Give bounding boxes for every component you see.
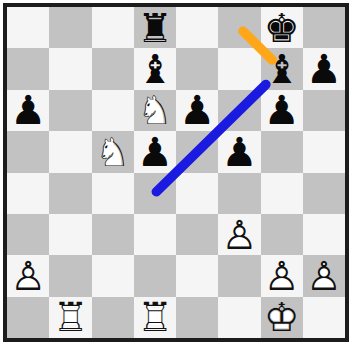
piece-black-pawn[interactable]: ♟	[303, 48, 345, 89]
square-b1[interactable]: ♜♖	[49, 297, 91, 338]
square-f7[interactable]	[218, 48, 260, 89]
piece-black-pawn[interactable]: ♟	[7, 90, 49, 131]
piece-white-knight-fill: ♞	[134, 90, 176, 131]
square-d7[interactable]: ♝	[134, 48, 176, 89]
square-b6[interactable]	[49, 90, 91, 131]
square-h1[interactable]	[303, 297, 345, 338]
square-a5[interactable]	[7, 131, 49, 172]
square-g3[interactable]	[261, 214, 303, 255]
square-f2[interactable]	[218, 255, 260, 296]
square-a2[interactable]: ♟♙	[7, 255, 49, 296]
square-e6[interactable]: ♟	[176, 90, 218, 131]
square-a4[interactable]	[7, 173, 49, 214]
chess-board-frame: ♜♚♝♝♟♟♞♘♟♟♞♘♟♟♟♙♟♙♟♙♟♙♜♖♜♖♚♔	[3, 3, 349, 342]
square-f8[interactable]	[218, 7, 260, 48]
piece-white-knight-fill: ♞	[92, 131, 134, 172]
square-g1[interactable]: ♚♔	[261, 297, 303, 338]
square-c2[interactable]	[92, 255, 134, 296]
square-g2[interactable]: ♟♙	[261, 255, 303, 296]
piece-white-rook[interactable]: ♖	[49, 297, 91, 338]
square-g5[interactable]	[261, 131, 303, 172]
square-d2[interactable]	[134, 255, 176, 296]
square-c1[interactable]	[92, 297, 134, 338]
square-b4[interactable]	[49, 173, 91, 214]
square-f3[interactable]: ♟♙	[218, 214, 260, 255]
square-d8[interactable]: ♜	[134, 7, 176, 48]
square-b2[interactable]	[49, 255, 91, 296]
square-c7[interactable]	[92, 48, 134, 89]
square-g6[interactable]: ♟	[261, 90, 303, 131]
square-c3[interactable]	[92, 214, 134, 255]
chess-board[interactable]: ♜♚♝♝♟♟♞♘♟♟♞♘♟♟♟♙♟♙♟♙♟♙♜♖♜♖♚♔	[7, 7, 345, 338]
piece-black-bishop[interactable]: ♝	[261, 48, 303, 89]
piece-black-pawn[interactable]: ♟	[218, 131, 260, 172]
square-b8[interactable]	[49, 7, 91, 48]
square-h5[interactable]	[303, 131, 345, 172]
piece-white-pawn-fill: ♟	[7, 255, 49, 296]
square-a1[interactable]	[7, 297, 49, 338]
square-d4[interactable]	[134, 173, 176, 214]
square-b3[interactable]	[49, 214, 91, 255]
square-f6[interactable]	[218, 90, 260, 131]
piece-black-pawn[interactable]: ♟	[261, 90, 303, 131]
square-a6[interactable]: ♟	[7, 90, 49, 131]
piece-white-rook-fill: ♜	[134, 297, 176, 338]
square-g4[interactable]	[261, 173, 303, 214]
piece-black-rook[interactable]: ♜	[134, 7, 176, 48]
piece-white-pawn-fill: ♟	[261, 255, 303, 296]
square-c8[interactable]	[92, 7, 134, 48]
square-e7[interactable]	[176, 48, 218, 89]
piece-black-king[interactable]: ♚	[261, 7, 303, 48]
square-e5[interactable]	[176, 131, 218, 172]
piece-white-king[interactable]: ♔	[261, 297, 303, 338]
piece-white-rook[interactable]: ♖	[134, 297, 176, 338]
square-e8[interactable]	[176, 7, 218, 48]
piece-white-pawn-fill: ♟	[303, 255, 345, 296]
square-g7[interactable]: ♝	[261, 48, 303, 89]
square-h2[interactable]: ♟♙	[303, 255, 345, 296]
square-d5[interactable]: ♟	[134, 131, 176, 172]
square-a3[interactable]	[7, 214, 49, 255]
square-b7[interactable]	[49, 48, 91, 89]
square-a8[interactable]	[7, 7, 49, 48]
square-h8[interactable]	[303, 7, 345, 48]
square-f5[interactable]: ♟	[218, 131, 260, 172]
square-e2[interactable]	[176, 255, 218, 296]
square-h4[interactable]	[303, 173, 345, 214]
square-a7[interactable]	[7, 48, 49, 89]
square-c5[interactable]: ♞♘	[92, 131, 134, 172]
square-g8[interactable]: ♚	[261, 7, 303, 48]
square-b5[interactable]	[49, 131, 91, 172]
piece-white-knight[interactable]: ♘	[134, 90, 176, 131]
piece-white-rook-fill: ♜	[49, 297, 91, 338]
piece-black-bishop[interactable]: ♝	[134, 48, 176, 89]
chess-board-screenshot: ♜♚♝♝♟♟♞♘♟♟♞♘♟♟♟♙♟♙♟♙♟♙♜♖♜♖♚♔	[0, 0, 352, 345]
square-f1[interactable]	[218, 297, 260, 338]
square-h3[interactable]	[303, 214, 345, 255]
piece-black-pawn[interactable]: ♟	[176, 90, 218, 131]
piece-white-king-fill: ♚	[261, 297, 303, 338]
square-d3[interactable]	[134, 214, 176, 255]
piece-white-pawn[interactable]: ♙	[261, 255, 303, 296]
piece-black-pawn[interactable]: ♟	[134, 131, 176, 172]
piece-white-knight[interactable]: ♘	[92, 131, 134, 172]
square-e3[interactable]	[176, 214, 218, 255]
square-f4[interactable]	[218, 173, 260, 214]
piece-white-pawn[interactable]: ♙	[7, 255, 49, 296]
square-h7[interactable]: ♟	[303, 48, 345, 89]
square-d6[interactable]: ♞♘	[134, 90, 176, 131]
square-c4[interactable]	[92, 173, 134, 214]
square-d1[interactable]: ♜♖	[134, 297, 176, 338]
piece-white-pawn-fill: ♟	[218, 214, 260, 255]
square-e1[interactable]	[176, 297, 218, 338]
square-e4[interactable]	[176, 173, 218, 214]
piece-white-pawn[interactable]: ♙	[303, 255, 345, 296]
piece-white-pawn[interactable]: ♙	[218, 214, 260, 255]
square-c6[interactable]	[92, 90, 134, 131]
square-h6[interactable]	[303, 90, 345, 131]
